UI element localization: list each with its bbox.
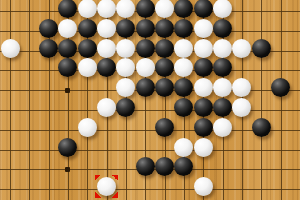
black-stone	[194, 58, 213, 77]
black-stone	[213, 58, 232, 77]
black-stone	[116, 19, 135, 38]
black-stone	[174, 98, 193, 117]
black-stone	[174, 157, 193, 176]
white-stone	[174, 138, 193, 157]
white-stone	[78, 0, 97, 18]
black-stone	[78, 19, 97, 38]
black-stone	[194, 0, 213, 18]
black-stone	[136, 157, 155, 176]
white-stone	[97, 177, 116, 196]
white-stone	[213, 78, 232, 97]
white-stone	[194, 19, 213, 38]
black-stone	[252, 118, 271, 137]
black-stone	[116, 98, 135, 117]
white-stone	[97, 0, 116, 18]
black-stone	[136, 78, 155, 97]
grid-line-horizontal	[0, 189, 300, 190]
black-stone	[39, 19, 58, 38]
white-stone	[194, 138, 213, 157]
white-stone	[213, 39, 232, 58]
white-stone	[232, 78, 251, 97]
black-stone	[136, 0, 155, 18]
white-stone	[194, 177, 213, 196]
star-point	[65, 88, 70, 93]
black-stone	[155, 157, 174, 176]
white-stone	[232, 39, 251, 58]
black-stone	[155, 19, 174, 38]
black-stone	[213, 98, 232, 117]
white-stone	[97, 19, 116, 38]
black-stone	[174, 78, 193, 97]
white-stone	[116, 39, 135, 58]
white-stone	[194, 39, 213, 58]
white-stone	[174, 39, 193, 58]
white-stone	[1, 39, 20, 58]
black-stone	[155, 39, 174, 58]
screenshot	[0, 0, 300, 200]
white-stone	[213, 118, 232, 137]
black-stone	[97, 58, 116, 77]
white-stone	[136, 58, 155, 77]
grid-line-horizontal	[0, 110, 300, 111]
black-stone	[58, 39, 77, 58]
star-point	[65, 167, 70, 172]
white-stone	[194, 78, 213, 97]
black-stone	[194, 98, 213, 117]
black-stone	[213, 19, 232, 38]
white-stone	[155, 0, 174, 18]
go-board[interactable]	[0, 0, 300, 200]
white-stone	[97, 39, 116, 58]
white-stone	[116, 78, 135, 97]
white-stone	[213, 0, 232, 18]
black-stone	[39, 39, 58, 58]
black-stone	[155, 118, 174, 137]
white-stone	[97, 98, 116, 117]
white-stone	[232, 98, 251, 117]
black-stone	[136, 39, 155, 58]
white-stone	[116, 0, 135, 18]
black-stone	[155, 78, 174, 97]
black-stone	[155, 58, 174, 77]
grid-line-horizontal	[0, 150, 300, 151]
black-stone	[58, 0, 77, 18]
white-stone	[78, 58, 97, 77]
black-stone	[136, 19, 155, 38]
white-stone	[116, 58, 135, 77]
black-stone	[174, 19, 193, 38]
black-stone	[58, 138, 77, 157]
black-stone	[252, 39, 271, 58]
white-stone	[58, 19, 77, 38]
black-stone	[174, 0, 193, 18]
black-stone	[271, 78, 290, 97]
black-stone	[58, 58, 77, 77]
black-stone	[78, 39, 97, 58]
white-stone	[174, 58, 193, 77]
black-stone	[194, 118, 213, 137]
white-stone	[78, 118, 97, 137]
